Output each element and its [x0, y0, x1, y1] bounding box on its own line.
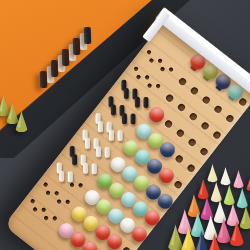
feedback-peg-black[interactable]: [111, 104, 116, 115]
feedback-hole-empty[interactable]: [149, 58, 155, 64]
feedback-peg-white[interactable]: [104, 146, 109, 157]
feedback-hole-empty[interactable]: [155, 83, 161, 89]
code-hole-empty[interactable]: [187, 137, 197, 147]
cone-pawn-red[interactable]: [205, 232, 224, 250]
feedback-hole-empty[interactable]: [54, 190, 60, 196]
code-hole-empty[interactable]: [174, 153, 184, 163]
feedback-hole-empty[interactable]: [32, 207, 38, 213]
feedback-hole-empty[interactable]: [146, 49, 152, 55]
feedback-hole-empty[interactable]: [41, 207, 47, 213]
code-hole-empty[interactable]: [121, 245, 131, 250]
feedback-peg-white[interactable]: [109, 129, 114, 140]
feedback-peg-white[interactable]: [98, 121, 103, 132]
code-hole-empty[interactable]: [188, 111, 198, 121]
code-hole-empty[interactable]: [213, 104, 223, 114]
feedback-hole-empty[interactable]: [133, 66, 139, 72]
code-hole-empty[interactable]: [189, 85, 199, 95]
feedback-peg-black[interactable]: [143, 97, 148, 108]
feedback-hole-empty[interactable]: [78, 183, 84, 189]
feedback-peg-white[interactable]: [85, 137, 90, 148]
code-hole-empty[interactable]: [176, 102, 186, 112]
code-hole-empty[interactable]: [200, 120, 210, 130]
feedback-peg-white[interactable]: [96, 146, 101, 157]
feedback-hole-empty[interactable]: [69, 182, 75, 188]
feedback-hole-empty[interactable]: [160, 66, 166, 72]
feedback-peg-white[interactable]: [117, 130, 122, 141]
feedback-hole-empty[interactable]: [45, 190, 51, 196]
offboard-feedback-peg-black[interactable]: [84, 27, 92, 44]
feedback-hole-empty[interactable]: [43, 215, 49, 221]
feedback-hole-empty[interactable]: [168, 67, 174, 73]
code-hole-empty[interactable]: [199, 146, 209, 156]
feedback-hole-empty[interactable]: [144, 75, 150, 81]
feedback-hole-empty[interactable]: [30, 198, 36, 204]
feedback-peg-black[interactable]: [72, 154, 77, 165]
code-hole-empty[interactable]: [164, 118, 174, 128]
feedback-hole-empty[interactable]: [65, 199, 71, 205]
code-hole-empty[interactable]: [165, 93, 175, 103]
feedback-hole-empty[interactable]: [136, 74, 142, 80]
code-hole-empty[interactable]: [173, 179, 183, 189]
scene: [0, 0, 250, 250]
code-hole-empty[interactable]: [212, 130, 222, 140]
cone-pawn-olive[interactable]: [14, 110, 29, 137]
feedback-peg-black[interactable]: [130, 113, 135, 124]
feedback-peg-white[interactable]: [91, 163, 96, 174]
feedback-peg-black[interactable]: [122, 113, 127, 124]
code-hole-empty[interactable]: [186, 163, 196, 173]
code-hole-empty[interactable]: [175, 128, 185, 138]
feedback-hole-empty[interactable]: [56, 199, 62, 205]
code-hole-empty[interactable]: [178, 76, 188, 86]
feedback-peg-black[interactable]: [123, 88, 128, 99]
feedback-hole-empty[interactable]: [43, 182, 49, 188]
feedback-hole-empty[interactable]: [157, 58, 163, 64]
code-peg-red[interactable]: [146, 104, 167, 125]
code-hole-empty[interactable]: [225, 113, 235, 123]
feedback-peg-white[interactable]: [59, 170, 64, 181]
feedback-peg-white[interactable]: [67, 171, 72, 182]
feedback-peg-black[interactable]: [134, 96, 139, 107]
code-hole-empty[interactable]: [201, 94, 211, 104]
cone-pawn-red[interactable]: [228, 220, 246, 250]
feedback-peg-white[interactable]: [83, 163, 88, 174]
feedback-hole-empty[interactable]: [147, 83, 153, 89]
feedback-hole-empty[interactable]: [52, 216, 58, 222]
